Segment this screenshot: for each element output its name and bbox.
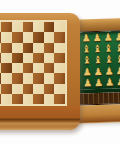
board-square [44, 63, 55, 73]
board-square [1, 22, 12, 32]
drawer-piece: ♝ [103, 54, 114, 66]
board-square [54, 32, 65, 42]
drawer-piece: ♟ [115, 77, 120, 89]
board-square [1, 94, 12, 104]
board-square [54, 84, 65, 94]
drawer-piece: ♟ [91, 32, 102, 44]
board-square [33, 84, 44, 94]
board-square [44, 73, 55, 83]
box-side-wood [0, 106, 80, 130]
board-square [44, 32, 55, 42]
drawer-piece: ♟ [82, 78, 93, 90]
drawer-piece: ♟ [102, 31, 113, 43]
board-square [54, 94, 65, 104]
board-square [12, 94, 23, 104]
board-square [1, 53, 12, 63]
board-square [12, 32, 23, 42]
board-square [12, 73, 23, 83]
board-square [1, 84, 12, 94]
board-square [23, 32, 34, 42]
chess-set-photo: ♟♟♟♟♝♝♝♝♝♝♝♝♟♟♟♟♟♟♟♟ [0, 0, 120, 144]
drawer-base-wood [75, 104, 120, 124]
drawer-piece: ♟ [104, 77, 115, 89]
board-square [33, 22, 44, 32]
board-square [33, 43, 44, 53]
board-square [33, 73, 44, 83]
chess-box [0, 13, 80, 130]
board-square [44, 94, 55, 104]
board-square [33, 53, 44, 63]
drawer-piece: ♝ [81, 55, 92, 67]
board-square [23, 84, 34, 94]
board-square [33, 63, 44, 73]
board-square [23, 63, 34, 73]
board-square [44, 53, 55, 63]
board-square [1, 73, 12, 83]
board-square [54, 22, 65, 32]
board-square [44, 43, 55, 53]
board-border [0, 20, 67, 106]
board-square [1, 32, 12, 42]
board-square [12, 43, 23, 53]
board-square [23, 73, 34, 83]
board-square [12, 63, 23, 73]
board-square [1, 43, 12, 53]
board-square [44, 84, 55, 94]
board-square [54, 63, 65, 73]
board-square [23, 43, 34, 53]
board-square [33, 94, 44, 104]
board-square [1, 63, 12, 73]
drawer-piece: ♟ [113, 31, 120, 43]
board-square [23, 94, 34, 104]
board-square [23, 53, 34, 63]
drawer-piece: ♟ [80, 32, 91, 44]
board-square [12, 84, 23, 94]
board-square [44, 22, 55, 32]
board-square [23, 22, 34, 32]
drawer-piece: ♝ [92, 55, 103, 67]
chess-board [0, 22, 65, 104]
board-square [54, 73, 65, 83]
board-square [12, 53, 23, 63]
drawer-piece: ♟ [93, 77, 104, 89]
board-square [54, 43, 65, 53]
board-square [12, 22, 23, 32]
board-square [33, 32, 44, 42]
drawer-piece: ♝ [114, 54, 120, 66]
board-square [54, 53, 65, 63]
